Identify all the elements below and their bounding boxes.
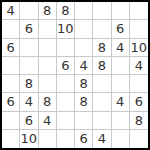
cell-r1c8[interactable] (130, 2, 148, 20)
cell-r5c6[interactable] (93, 75, 111, 93)
cell-r8c5[interactable]: 6 (75, 130, 93, 148)
cell-r6c7[interactable]: 4 (112, 93, 130, 111)
cell-r7c6[interactable] (93, 112, 111, 130)
cell-r5c3[interactable] (39, 75, 57, 93)
cell-r1c7[interactable] (112, 2, 130, 20)
cell-r2c8[interactable] (130, 20, 148, 38)
cell-r6c6[interactable] (93, 93, 111, 111)
cell-r5c5[interactable]: 8 (75, 75, 93, 93)
cell-r2c7[interactable]: 6 (112, 20, 130, 38)
cell-r1c1[interactable]: 4 (2, 2, 20, 20)
cell-r1c5[interactable] (75, 2, 93, 20)
cell-r1c6[interactable] (93, 2, 111, 20)
cell-r3c1[interactable]: 6 (2, 39, 20, 57)
cell-r5c7[interactable] (112, 75, 130, 93)
cell-r5c8[interactable] (130, 75, 148, 93)
cell-r5c2[interactable]: 8 (20, 75, 38, 93)
cell-r5c4[interactable] (57, 75, 75, 93)
cell-r6c1[interactable]: 6 (2, 93, 20, 111)
cell-r3c2[interactable] (20, 39, 38, 57)
cell-r3c3[interactable] (39, 39, 57, 57)
cell-r3c6[interactable]: 8 (93, 39, 111, 57)
cell-r7c5[interactable] (75, 112, 93, 130)
cell-r6c2[interactable]: 4 (20, 93, 38, 111)
cell-r4c2[interactable] (20, 57, 38, 75)
cell-r6c8[interactable]: 6 (130, 93, 148, 111)
cell-r8c3[interactable] (39, 130, 57, 148)
cell-r4c3[interactable] (39, 57, 57, 75)
cell-r8c8[interactable] (130, 130, 148, 148)
cell-r6c3[interactable]: 8 (39, 93, 57, 111)
cell-r5c1[interactable] (2, 75, 20, 93)
cell-r7c1[interactable] (2, 112, 20, 130)
cell-r7c7[interactable] (112, 112, 130, 130)
cell-r4c6[interactable]: 8 (93, 57, 111, 75)
cell-r2c5[interactable] (75, 20, 93, 38)
puzzle-board: 4886106684106484886488466481064 (0, 0, 150, 150)
cell-r3c5[interactable] (75, 39, 93, 57)
cell-r1c4[interactable]: 8 (57, 2, 75, 20)
cell-r2c1[interactable] (2, 20, 20, 38)
cell-r7c4[interactable] (57, 112, 75, 130)
cell-r1c3[interactable]: 8 (39, 2, 57, 20)
cell-r8c6[interactable]: 4 (93, 130, 111, 148)
cell-r2c4[interactable]: 10 (57, 20, 75, 38)
cell-r7c8[interactable]: 8 (130, 112, 148, 130)
cell-r4c5[interactable]: 4 (75, 57, 93, 75)
cell-r4c1[interactable] (2, 57, 20, 75)
cell-r4c8[interactable]: 4 (130, 57, 148, 75)
cell-r8c4[interactable] (57, 130, 75, 148)
cell-r1c2[interactable] (20, 2, 38, 20)
cell-r2c3[interactable] (39, 20, 57, 38)
cell-r4c4[interactable]: 6 (57, 57, 75, 75)
cell-r3c7[interactable]: 4 (112, 39, 130, 57)
cell-r3c8[interactable]: 10 (130, 39, 148, 57)
cell-r8c1[interactable] (2, 130, 20, 148)
cell-r2c6[interactable] (93, 20, 111, 38)
cell-r2c2[interactable]: 6 (20, 20, 38, 38)
cell-r7c2[interactable]: 6 (20, 112, 38, 130)
cell-r8c7[interactable] (112, 130, 130, 148)
cell-r6c5[interactable]: 8 (75, 93, 93, 111)
cell-r6c4[interactable] (57, 93, 75, 111)
cell-r4c7[interactable] (112, 57, 130, 75)
cell-r8c2[interactable]: 10 (20, 130, 38, 148)
cell-r3c4[interactable] (57, 39, 75, 57)
cell-r7c3[interactable]: 4 (39, 112, 57, 130)
